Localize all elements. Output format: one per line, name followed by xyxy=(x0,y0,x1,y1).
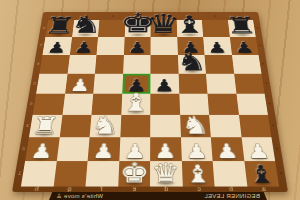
square-f5[interactable] xyxy=(93,74,122,94)
square-c2[interactable]: ♟ xyxy=(181,137,213,161)
square-g2[interactable] xyxy=(56,137,89,161)
square-b7[interactable]: ♟ xyxy=(203,37,231,55)
square-c5[interactable] xyxy=(178,74,207,94)
square-h2[interactable]: ♟ xyxy=(25,137,59,161)
white-knight-f3[interactable]: ♞ xyxy=(90,113,120,137)
square-b5[interactable] xyxy=(206,74,236,94)
square-a2[interactable]: ♟ xyxy=(241,137,275,161)
white-king-e1[interactable]: ♚ xyxy=(119,159,149,186)
square-b3[interactable] xyxy=(209,115,241,137)
file-label-f: f xyxy=(85,186,118,192)
square-a3[interactable] xyxy=(239,115,272,137)
rank-label-6: 6 xyxy=(35,62,42,66)
white-pawn-g5[interactable]: ♟ xyxy=(69,77,91,93)
square-c3[interactable]: ♞ xyxy=(180,115,211,137)
rank-label-3: 3 xyxy=(24,123,31,128)
square-e1[interactable]: ♚ xyxy=(118,161,150,186)
square-h3[interactable]: ♜ xyxy=(29,115,62,137)
white-pawn-b2[interactable]: ♟ xyxy=(215,141,239,161)
rank-label-5: 5 xyxy=(31,81,38,85)
right-edge-mark xyxy=(272,125,274,127)
board-frame: ♜♞♚♛♝♜♟♟♟♟♟♟♞♟♟♟♝♜♞♞♟♟♟♟♟♟♟♚♛♝♝hgfedcba8… xyxy=(12,12,288,192)
square-b4[interactable] xyxy=(207,94,238,115)
white-knight-c3[interactable]: ♞ xyxy=(180,113,209,137)
right-edge-mark xyxy=(265,83,267,84)
black-knight-c6[interactable]: ♞ xyxy=(176,50,208,74)
square-f3[interactable]: ♞ xyxy=(90,115,121,137)
square-d7[interactable] xyxy=(151,37,178,55)
square-g4[interactable] xyxy=(62,94,93,115)
black-bishop-a1[interactable]: ♝ xyxy=(247,162,277,186)
file-label-b: b xyxy=(215,186,248,192)
black-rook-a8[interactable]: ♜ xyxy=(224,14,258,37)
square-f2[interactable]: ♟ xyxy=(88,137,120,161)
black-pawn-g7[interactable]: ♟ xyxy=(73,40,94,55)
black-bishop-c8[interactable]: ♝ xyxy=(173,13,206,37)
square-b1[interactable] xyxy=(213,161,247,186)
square-e7[interactable]: ♟ xyxy=(123,37,150,55)
square-g1[interactable] xyxy=(53,161,87,186)
square-h7[interactable]: ♟ xyxy=(42,37,71,55)
square-b6[interactable] xyxy=(205,55,234,74)
square-g3[interactable] xyxy=(59,115,91,137)
white-pawn-f2[interactable]: ♟ xyxy=(92,141,115,161)
white-bishop-c1[interactable]: ♝ xyxy=(184,162,212,186)
square-c1[interactable]: ♝ xyxy=(181,161,214,186)
square-f6[interactable] xyxy=(95,55,124,74)
square-h5[interactable] xyxy=(36,74,67,94)
square-d5[interactable]: ♟ xyxy=(150,74,179,94)
white-rook-h3[interactable]: ♜ xyxy=(30,114,61,137)
square-a7[interactable]: ♟ xyxy=(229,37,258,55)
square-e3[interactable] xyxy=(120,115,150,137)
right-edge-mark xyxy=(262,63,264,64)
black-pawn-h7[interactable]: ♟ xyxy=(46,40,67,55)
white-pawn-a2[interactable]: ♟ xyxy=(246,141,271,161)
square-a4[interactable] xyxy=(236,94,268,115)
square-e4[interactable]: ♝ xyxy=(121,94,150,115)
black-knight-g8[interactable]: ♞ xyxy=(69,13,103,37)
file-label-g: g xyxy=(53,186,86,192)
square-g8[interactable]: ♞ xyxy=(72,20,100,37)
board-scene: ♜♞♚♛♝♜♟♟♟♟♟♟♞♟♟♟♝♜♞♞♟♟♟♟♟♟♟♚♛♝♝hgfedcba8… xyxy=(0,0,300,200)
black-pawn-e7[interactable]: ♟ xyxy=(127,40,147,55)
square-a6[interactable] xyxy=(232,55,262,74)
square-d1[interactable]: ♛ xyxy=(150,161,182,186)
white-queen-d1[interactable]: ♛ xyxy=(151,160,180,186)
square-g6[interactable] xyxy=(67,55,96,74)
square-e6[interactable] xyxy=(123,55,151,74)
white-pawn-h2[interactable]: ♟ xyxy=(29,141,54,161)
right-edge-mark xyxy=(280,172,282,174)
rank-label-2: 2 xyxy=(20,146,27,151)
square-f7[interactable] xyxy=(96,37,124,55)
square-g7[interactable]: ♟ xyxy=(69,37,98,55)
square-d4[interactable] xyxy=(150,94,179,115)
black-pawn-a7[interactable]: ♟ xyxy=(234,40,255,55)
rank-label-4: 4 xyxy=(28,102,35,106)
white-pawn-icon: ♙ xyxy=(56,192,62,199)
white-bishop-e4[interactable]: ♝ xyxy=(121,91,151,115)
square-a8[interactable]: ♜ xyxy=(227,20,255,37)
turn-indicator: White's move♙ xyxy=(56,192,103,200)
chess-board[interactable]: ♜♞♚♛♝♜♟♟♟♟♟♟♞♟♟♟♝♜♞♞♟♟♟♟♟♟♟♚♛♝♝hgfedcba8… xyxy=(21,20,279,187)
chess-app-screen: ♜♞♚♛♝♜♟♟♟♟♟♟♞♟♟♟♝♜♞♞♟♟♟♟♟♟♟♚♛♝♝hgfedcba8… xyxy=(0,0,300,200)
white-pawn-c2[interactable]: ♟ xyxy=(185,141,208,161)
status-bar: White's move♙ BEGINNER LEVEL xyxy=(49,192,267,200)
square-d3[interactable] xyxy=(150,115,180,137)
rank-label-7: 7 xyxy=(38,44,44,48)
black-pawn-d5[interactable]: ♟ xyxy=(154,77,175,93)
square-b2[interactable]: ♟ xyxy=(211,137,244,161)
square-c6[interactable]: ♞ xyxy=(178,55,206,74)
square-c8[interactable]: ♝ xyxy=(176,20,203,37)
black-pawn-b7[interactable]: ♟ xyxy=(207,40,228,55)
rank-label-1: 1 xyxy=(16,171,24,176)
square-a5[interactable] xyxy=(234,74,265,94)
top-edge-mark xyxy=(214,15,216,16)
right-edge-mark xyxy=(276,148,278,150)
right-edge-mark xyxy=(259,45,261,46)
top-edge-mark xyxy=(112,15,114,16)
square-a1[interactable]: ♝ xyxy=(244,161,279,186)
square-f1[interactable] xyxy=(85,161,118,186)
square-h6[interactable] xyxy=(39,55,69,74)
level-label: BEGINNER LEVEL xyxy=(204,192,260,200)
right-edge-mark xyxy=(269,103,271,104)
square-d6[interactable] xyxy=(150,55,178,74)
square-h1[interactable] xyxy=(21,161,56,186)
file-label-h: h xyxy=(20,186,53,192)
square-g5[interactable]: ♟ xyxy=(65,74,95,94)
